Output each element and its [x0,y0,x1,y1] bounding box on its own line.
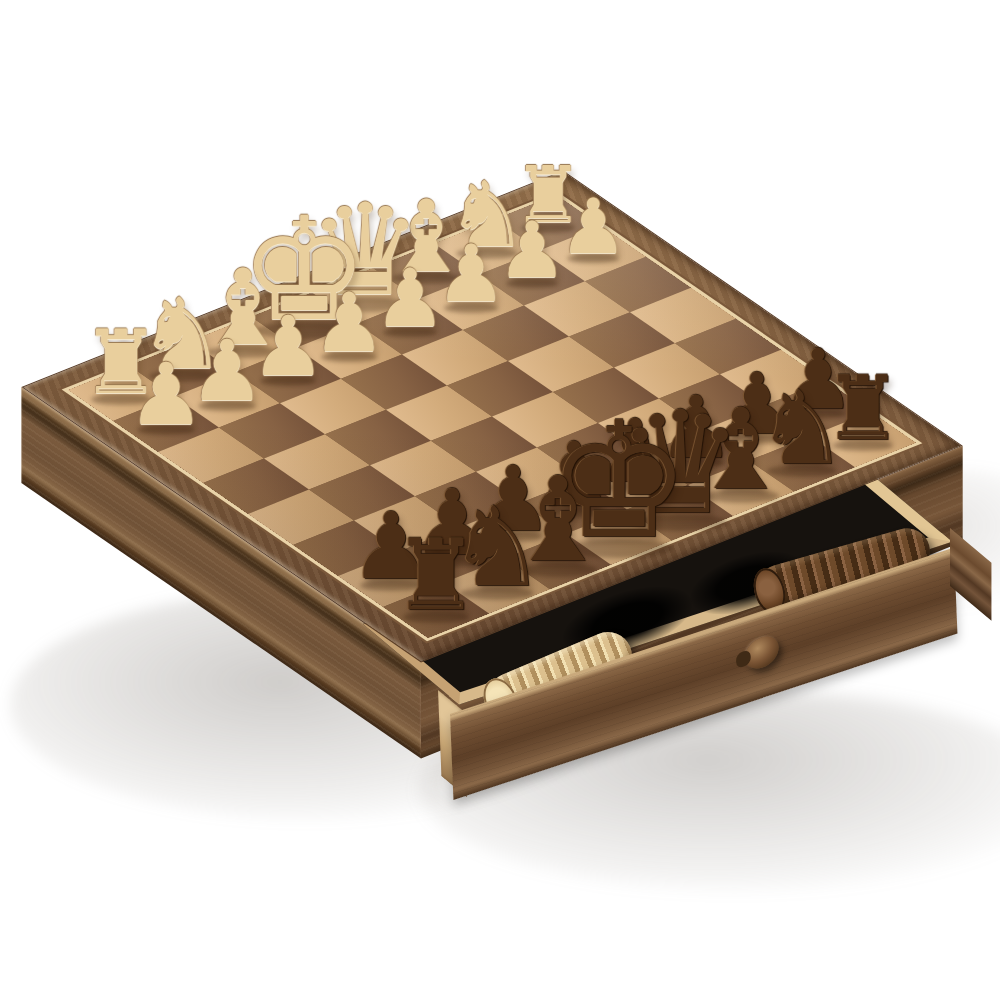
piece-black-rook-h8[interactable]: ♜ [387,527,485,625]
white-pawn-glyph: ♟ [123,352,208,437]
chess-set-photo: ♜♞♝♛♚♝♞♜♟♟♟♟♟♟♟♟♟♟♟♟♟♟♟♟♜♞♝♛♚♝♞♜ [0,0,1000,1000]
piece-white-pawn-h2[interactable]: ♟ [123,352,208,437]
black-rook-glyph: ♜ [387,527,485,625]
drawer-knob[interactable] [744,632,779,673]
